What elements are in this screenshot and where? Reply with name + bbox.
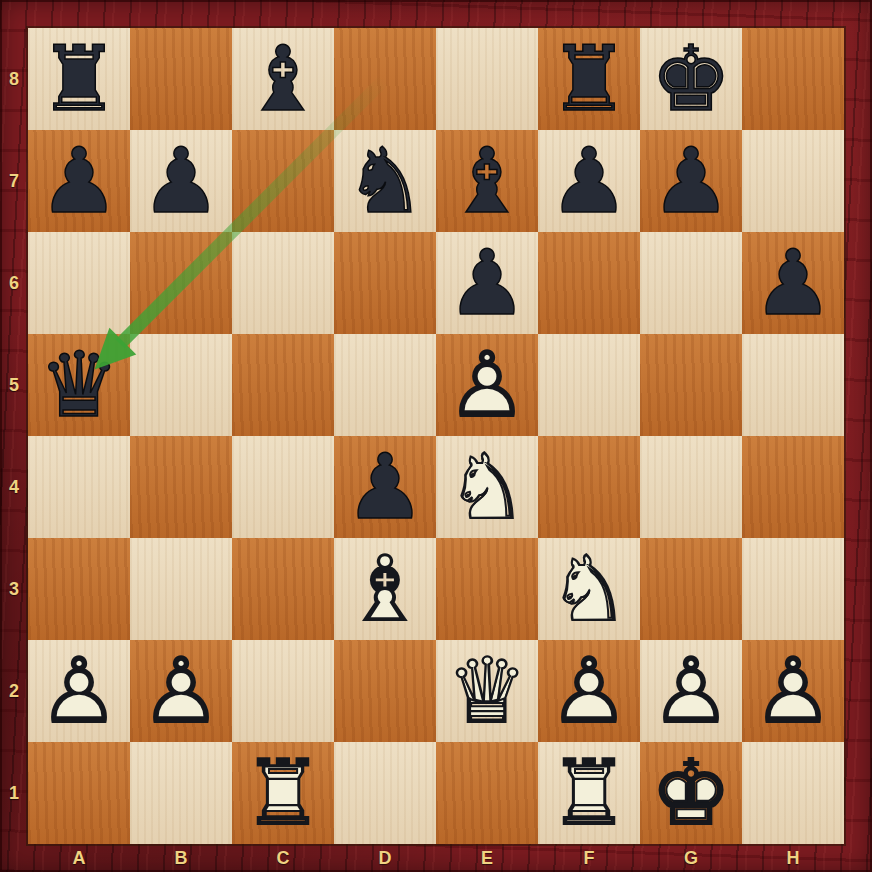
piece-black-bishop[interactable]: ♝ [232,28,334,130]
piece-black-pawn[interactable]: ♟ [538,130,640,232]
black-rook-glyph: ♜ [538,28,640,130]
square-g1[interactable]: ♚♔ [640,742,742,844]
rank-label-6: 6 [0,232,28,334]
square-g6[interactable] [640,232,742,334]
square-a5[interactable]: ♛ [28,334,130,436]
square-e1[interactable] [436,742,538,844]
square-a1[interactable] [28,742,130,844]
white-pawn-outline: ♙ [538,640,640,742]
black-pawn-glyph: ♟ [742,232,844,334]
rank-label-2: 2 [0,640,28,742]
square-c7[interactable] [232,130,334,232]
square-e6[interactable]: ♟ [436,232,538,334]
piece-white-pawn[interactable]: ♟♙ [640,640,742,742]
square-g3[interactable] [640,538,742,640]
square-b5[interactable] [130,334,232,436]
square-d1[interactable] [334,742,436,844]
white-knight-outline: ♘ [538,538,640,640]
piece-white-pawn[interactable]: ♟♙ [28,640,130,742]
square-a4[interactable] [28,436,130,538]
file-label-b: B [130,844,232,872]
white-king-outline: ♔ [640,742,742,844]
piece-black-pawn[interactable]: ♟ [28,130,130,232]
square-g8[interactable]: ♚ [640,28,742,130]
square-b2[interactable]: ♟♙ [130,640,232,742]
file-label-e: E [436,844,538,872]
black-bishop-glyph: ♝ [436,130,538,232]
square-b7[interactable]: ♟ [130,130,232,232]
square-h2[interactable]: ♟♙ [742,640,844,742]
square-a3[interactable] [28,538,130,640]
file-label-h: H [742,844,844,872]
file-label-f: F [538,844,640,872]
square-f1[interactable]: ♜♖ [538,742,640,844]
square-f8[interactable]: ♜ [538,28,640,130]
square-h4[interactable] [742,436,844,538]
square-c2[interactable] [232,640,334,742]
white-pawn-outline: ♙ [28,640,130,742]
piece-black-pawn[interactable]: ♟ [130,130,232,232]
file-label-a: A [28,844,130,872]
piece-white-rook[interactable]: ♜♖ [232,742,334,844]
black-pawn-glyph: ♟ [28,130,130,232]
square-h8[interactable] [742,28,844,130]
square-c6[interactable] [232,232,334,334]
board-frame: ♜♝♜♚♟♟♞♝♟♟♟♟♛♟♙♟♞♘♝♗♞♘♟♙♟♙♛♕♟♙♟♙♟♙♜♖♜♖♚♔… [0,0,872,872]
square-e3[interactable] [436,538,538,640]
square-f4[interactable] [538,436,640,538]
piece-white-pawn[interactable]: ♟♙ [742,640,844,742]
square-e8[interactable] [436,28,538,130]
square-c5[interactable] [232,334,334,436]
piece-black-pawn[interactable]: ♟ [742,232,844,334]
file-label-c: C [232,844,334,872]
rank-label-3: 3 [0,538,28,640]
square-d4[interactable]: ♟ [334,436,436,538]
square-d7[interactable]: ♞ [334,130,436,232]
square-a7[interactable]: ♟ [28,130,130,232]
square-b3[interactable] [130,538,232,640]
square-d5[interactable] [334,334,436,436]
white-pawn-outline: ♙ [130,640,232,742]
square-g5[interactable] [640,334,742,436]
square-g4[interactable] [640,436,742,538]
rank-label-4: 4 [0,436,28,538]
square-b6[interactable] [130,232,232,334]
rank-label-8: 8 [0,28,28,130]
square-d8[interactable] [334,28,436,130]
square-h5[interactable] [742,334,844,436]
piece-white-knight[interactable]: ♞♘ [538,538,640,640]
square-d3[interactable]: ♝♗ [334,538,436,640]
square-f6[interactable] [538,232,640,334]
white-pawn-outline: ♙ [640,640,742,742]
black-bishop-glyph: ♝ [232,28,334,130]
square-e4[interactable]: ♞♘ [436,436,538,538]
piece-white-queen[interactable]: ♛♕ [436,640,538,742]
piece-black-king[interactable]: ♚ [640,28,742,130]
square-g7[interactable]: ♟ [640,130,742,232]
square-b8[interactable] [130,28,232,130]
square-f3[interactable]: ♞♘ [538,538,640,640]
rank-label-5: 5 [0,334,28,436]
piece-white-pawn[interactable]: ♟♙ [436,334,538,436]
square-h3[interactable] [742,538,844,640]
rank-label-1: 1 [0,742,28,844]
piece-black-rook[interactable]: ♜ [538,28,640,130]
square-g2[interactable]: ♟♙ [640,640,742,742]
square-h1[interactable] [742,742,844,844]
square-a6[interactable] [28,232,130,334]
piece-black-pawn[interactable]: ♟ [436,232,538,334]
piece-black-bishop[interactable]: ♝ [436,130,538,232]
square-d6[interactable] [334,232,436,334]
black-pawn-glyph: ♟ [436,232,538,334]
file-label-g: G [640,844,742,872]
square-b4[interactable] [130,436,232,538]
square-c4[interactable] [232,436,334,538]
square-f5[interactable] [538,334,640,436]
piece-white-pawn[interactable]: ♟♙ [130,640,232,742]
piece-white-pawn[interactable]: ♟♙ [538,640,640,742]
square-e7[interactable]: ♝ [436,130,538,232]
white-pawn-outline: ♙ [436,334,538,436]
square-h6[interactable]: ♟ [742,232,844,334]
square-a2[interactable]: ♟♙ [28,640,130,742]
square-f7[interactable]: ♟ [538,130,640,232]
square-c1[interactable]: ♜♖ [232,742,334,844]
square-a8[interactable]: ♜ [28,28,130,130]
piece-black-pawn[interactable]: ♟ [640,130,742,232]
piece-black-rook[interactable]: ♜ [28,28,130,130]
file-label-d: D [334,844,436,872]
square-e5[interactable]: ♟♙ [436,334,538,436]
black-queen-glyph: ♛ [28,334,130,436]
white-knight-outline: ♘ [436,436,538,538]
black-king-glyph: ♚ [640,28,742,130]
rank-label-7: 7 [0,130,28,232]
white-rook-outline: ♖ [232,742,334,844]
piece-black-pawn[interactable]: ♟ [334,436,436,538]
square-e2[interactable]: ♛♕ [436,640,538,742]
black-pawn-glyph: ♟ [640,130,742,232]
white-queen-outline: ♕ [436,640,538,742]
square-b1[interactable] [130,742,232,844]
piece-black-queen[interactable]: ♛ [28,334,130,436]
black-pawn-glyph: ♟ [538,130,640,232]
square-c3[interactable] [232,538,334,640]
black-knight-glyph: ♞ [334,130,436,232]
black-pawn-glyph: ♟ [334,436,436,538]
chessboard: ♜♝♜♚♟♟♞♝♟♟♟♟♛♟♙♟♞♘♝♗♞♘♟♙♟♙♛♕♟♙♟♙♟♙♜♖♜♖♚♔ [28,28,844,844]
square-f2[interactable]: ♟♙ [538,640,640,742]
black-pawn-glyph: ♟ [130,130,232,232]
piece-white-king[interactable]: ♚♔ [640,742,742,844]
square-c8[interactable]: ♝ [232,28,334,130]
piece-black-knight[interactable]: ♞ [334,130,436,232]
white-rook-outline: ♖ [538,742,640,844]
white-pawn-outline: ♙ [742,640,844,742]
piece-white-bishop[interactable]: ♝♗ [334,538,436,640]
piece-white-knight[interactable]: ♞♘ [436,436,538,538]
square-d2[interactable] [334,640,436,742]
piece-white-rook[interactable]: ♜♖ [538,742,640,844]
white-bishop-outline: ♗ [334,538,436,640]
black-rook-glyph: ♜ [28,28,130,130]
square-h7[interactable] [742,130,844,232]
